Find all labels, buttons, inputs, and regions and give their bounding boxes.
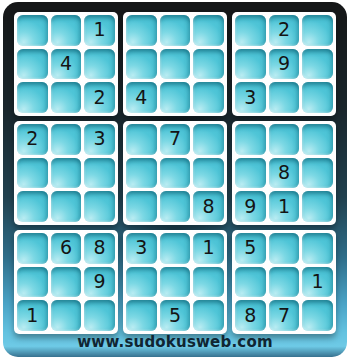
cell-r1c1[interactable] [17,15,48,46]
cell-r6c1[interactable] [17,191,48,222]
cell-r4c3[interactable]: 3 [84,124,115,155]
cell-r8c5[interactable] [160,267,191,298]
box-2-1: 23 [14,121,118,225]
cell-r4c6[interactable] [193,124,224,155]
cell-r6c9[interactable] [302,191,333,222]
cell-r1c8[interactable]: 2 [269,15,300,46]
cell-r5c9[interactable] [302,158,333,189]
cell-r1c9[interactable] [302,15,333,46]
cell-r3c5[interactable] [160,82,191,113]
cell-r4c5[interactable]: 7 [160,124,191,155]
cell-r2c1[interactable] [17,49,48,80]
cell-r5c4[interactable] [126,158,157,189]
cell-r1c3[interactable]: 1 [84,15,115,46]
sudoku-frame: 1424293237889168913155187 www.sudokusweb… [3,2,347,357]
cell-r2c5[interactable] [160,49,191,80]
cell-r3c9[interactable] [302,82,333,113]
cell-r5c1[interactable] [17,158,48,189]
cell-r2c9[interactable] [302,49,333,80]
cell-r5c5[interactable] [160,158,191,189]
cell-r8c6[interactable] [193,267,224,298]
cell-r7c6[interactable]: 1 [193,233,224,264]
cell-r5c3[interactable] [84,158,115,189]
box-1-2: 4 [123,12,227,116]
cell-r1c4[interactable] [126,15,157,46]
cell-r9c2[interactable] [51,300,82,331]
cell-r8c7[interactable] [235,267,266,298]
box-2-3: 891 [232,121,336,225]
box-2-2: 78 [123,121,227,225]
cell-r9c8[interactable]: 7 [269,300,300,331]
cell-r7c2[interactable]: 6 [51,233,82,264]
cell-r9c4[interactable] [126,300,157,331]
box-3-1: 6891 [14,230,118,334]
cell-r2c4[interactable] [126,49,157,80]
cell-r3c6[interactable] [193,82,224,113]
cell-r8c4[interactable] [126,267,157,298]
box-3-2: 315 [123,230,227,334]
page: 1424293237889168913155187 www.sudokusweb… [0,0,350,360]
cell-r7c7[interactable]: 5 [235,233,266,264]
cell-r7c5[interactable] [160,233,191,264]
cell-r2c8[interactable]: 9 [269,49,300,80]
cell-r2c3[interactable] [84,49,115,80]
cell-r5c8[interactable]: 8 [269,158,300,189]
box-3-3: 5187 [232,230,336,334]
cell-r8c2[interactable] [51,267,82,298]
cell-r8c8[interactable] [269,267,300,298]
cell-r4c8[interactable] [269,124,300,155]
cell-r2c7[interactable] [235,49,266,80]
cell-r4c4[interactable] [126,124,157,155]
cell-r6c3[interactable] [84,191,115,222]
cell-r9c7[interactable]: 8 [235,300,266,331]
cell-r7c9[interactable] [302,233,333,264]
cell-r6c6[interactable]: 8 [193,191,224,222]
cell-r6c4[interactable] [126,191,157,222]
cell-r7c3[interactable]: 8 [84,233,115,264]
box-1-1: 142 [14,12,118,116]
cell-r3c1[interactable] [17,82,48,113]
cell-r2c6[interactable] [193,49,224,80]
cell-r3c8[interactable] [269,82,300,113]
cell-r5c7[interactable] [235,158,266,189]
cell-r6c7[interactable]: 9 [235,191,266,222]
cell-r7c4[interactable]: 3 [126,233,157,264]
cell-r9c5[interactable]: 5 [160,300,191,331]
cell-r4c2[interactable] [51,124,82,155]
cell-r6c8[interactable]: 1 [269,191,300,222]
cell-r1c5[interactable] [160,15,191,46]
footer-url-text: www.sudokusweb.com [3,333,347,351]
cell-r9c9[interactable] [302,300,333,331]
cell-r1c2[interactable] [51,15,82,46]
sudoku-board: 1424293237889168913155187 [14,12,336,334]
cell-r4c9[interactable] [302,124,333,155]
cell-r4c1[interactable]: 2 [17,124,48,155]
cell-r3c4[interactable]: 4 [126,82,157,113]
cell-r6c5[interactable] [160,191,191,222]
cell-r7c8[interactable] [269,233,300,264]
cell-r3c7[interactable]: 3 [235,82,266,113]
cell-r3c2[interactable] [51,82,82,113]
cell-r9c1[interactable]: 1 [17,300,48,331]
box-1-3: 293 [232,12,336,116]
cell-r7c1[interactable] [17,233,48,264]
cell-r3c3[interactable]: 2 [84,82,115,113]
cell-r4c7[interactable] [235,124,266,155]
cell-r9c3[interactable] [84,300,115,331]
cell-r8c9[interactable]: 1 [302,267,333,298]
cell-r9c6[interactable] [193,300,224,331]
cell-r8c3[interactable]: 9 [84,267,115,298]
cell-r5c6[interactable] [193,158,224,189]
cell-r5c2[interactable] [51,158,82,189]
cell-r6c2[interactable] [51,191,82,222]
cell-r1c6[interactable] [193,15,224,46]
cell-r2c2[interactable]: 4 [51,49,82,80]
cell-r1c7[interactable] [235,15,266,46]
cell-r8c1[interactable] [17,267,48,298]
